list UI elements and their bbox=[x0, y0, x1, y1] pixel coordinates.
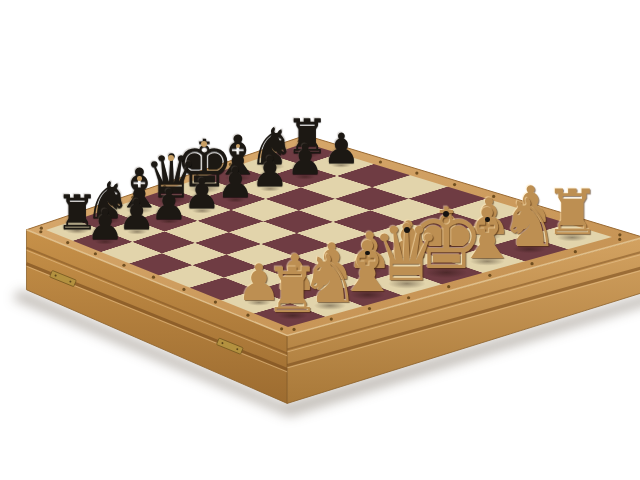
piece-shadow bbox=[256, 162, 288, 170]
piece-shadow bbox=[243, 299, 274, 307]
piece-shadow bbox=[354, 267, 385, 275]
piece-shadow bbox=[509, 244, 550, 255]
piece-shadow bbox=[420, 266, 472, 280]
piece-shadow bbox=[473, 232, 504, 240]
piece-shadow bbox=[92, 217, 124, 225]
piece-shadow bbox=[382, 278, 430, 290]
pieces-layer: ♜♟♞♟♝♟♚♟♛♝♟♞♟♟♜♟♟♜♟♟♞♟♝♟♚♟♛♟♝♟♞♜ bbox=[0, 0, 640, 480]
piece-shadow bbox=[346, 289, 390, 300]
piece-finial bbox=[485, 217, 489, 221]
piece-shadow bbox=[62, 227, 92, 235]
piece-finial bbox=[201, 141, 207, 147]
piece-shadow bbox=[466, 256, 510, 267]
piece-shadow bbox=[223, 196, 249, 203]
piece-finial bbox=[365, 251, 369, 255]
piece-shadow bbox=[515, 220, 546, 228]
piece-shadow bbox=[184, 184, 224, 194]
piece-shadow bbox=[92, 239, 118, 246]
piece-finial bbox=[236, 144, 240, 148]
piece-shadow bbox=[393, 255, 424, 263]
piece-shadow bbox=[221, 173, 254, 182]
piece-finial bbox=[168, 155, 174, 161]
piece-shadow bbox=[309, 300, 350, 311]
piece-finial bbox=[404, 227, 410, 233]
piece-shadow bbox=[153, 195, 190, 205]
piece-shadow bbox=[432, 244, 463, 252]
piece-shadow bbox=[156, 218, 182, 225]
piece-shadow bbox=[279, 288, 310, 296]
piece-shadow bbox=[124, 229, 150, 236]
piece-shadow bbox=[553, 232, 592, 242]
piece-shadow bbox=[328, 162, 354, 169]
piece-shadow bbox=[189, 207, 215, 214]
chess-set-photo: chess ♜♟♞♟♝♟♚♟♛♝♟♞♟♟♜♟♟♜♟♟♞♟♝♟♚♟♛♟♝♟♞♜ bbox=[0, 0, 640, 480]
piece-shadow bbox=[292, 174, 318, 181]
piece-shadow bbox=[123, 206, 156, 215]
piece-finial bbox=[443, 211, 449, 217]
piece-finial bbox=[137, 176, 141, 180]
piece-shadow bbox=[316, 278, 347, 286]
piece-shadow bbox=[273, 311, 312, 321]
piece-shadow bbox=[257, 185, 283, 192]
piece-shadow bbox=[292, 151, 322, 159]
